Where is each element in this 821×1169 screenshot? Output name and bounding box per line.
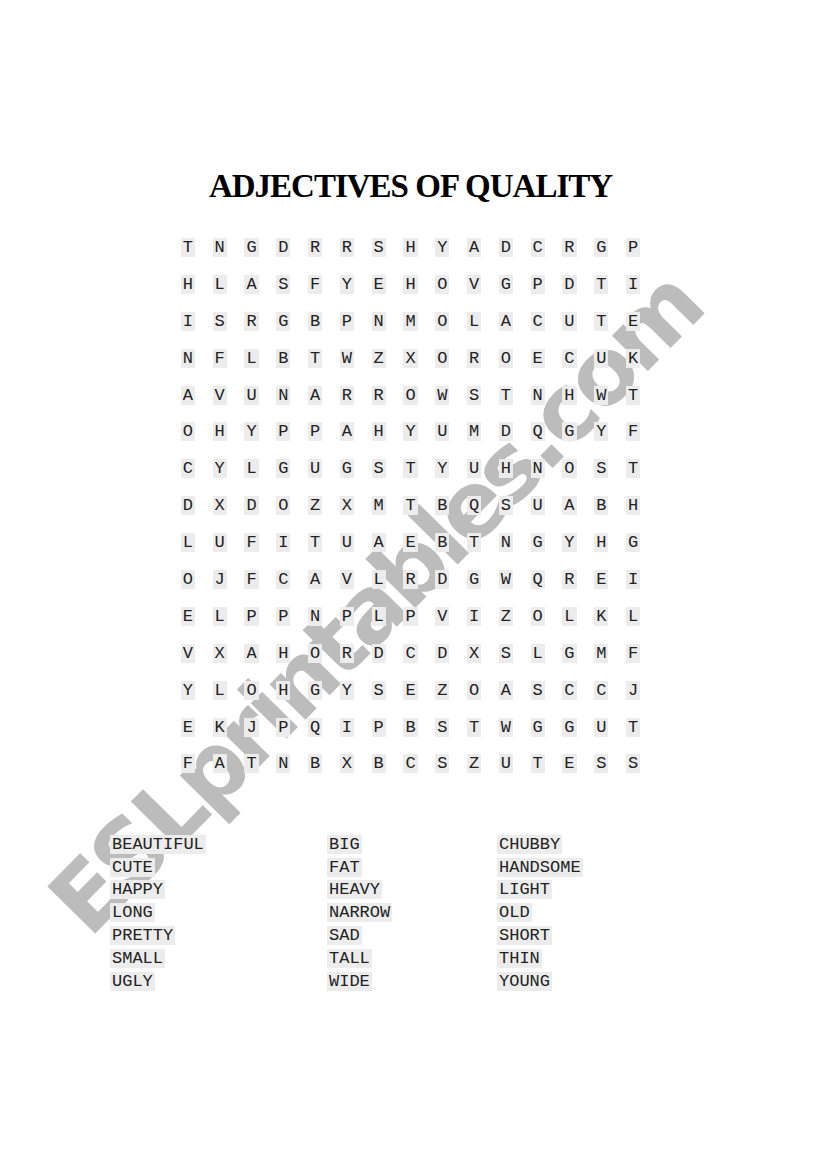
- grid-letter: E: [372, 275, 386, 294]
- grid-letter: G: [594, 238, 608, 257]
- grid-cell[interactable]: B: [426, 524, 458, 561]
- grid-cell[interactable]: S: [490, 635, 522, 672]
- grid-cell[interactable]: N: [522, 377, 554, 414]
- word-item[interactable]: SAD: [327, 924, 392, 947]
- grid-cell[interactable]: R: [554, 229, 586, 266]
- word-label: SHORT: [497, 926, 552, 945]
- grid-letter: S: [499, 496, 513, 515]
- word-item[interactable]: HAPPY: [110, 879, 206, 902]
- grid-cell[interactable]: I: [267, 524, 299, 561]
- grid-cell[interactable]: U: [490, 745, 522, 782]
- grid-cell[interactable]: Y: [236, 413, 268, 450]
- grid-cell[interactable]: B: [395, 709, 427, 746]
- grid-cell[interactable]: I: [458, 598, 490, 635]
- grid-letter: T: [181, 238, 195, 257]
- grid-cell[interactable]: G: [299, 672, 331, 709]
- grid-cell[interactable]: O: [490, 340, 522, 377]
- grid-cell[interactable]: D: [236, 487, 268, 524]
- grid-cell[interactable]: S: [267, 266, 299, 303]
- grid-cell[interactable]: O: [395, 377, 427, 414]
- grid-cell[interactable]: R: [299, 229, 331, 266]
- grid-cell[interactable]: V: [331, 561, 363, 598]
- grid-cell[interactable]: R: [554, 561, 586, 598]
- grid-cell[interactable]: X: [204, 487, 236, 524]
- grid-cell[interactable]: V: [172, 635, 204, 672]
- grid-cell[interactable]: N: [299, 598, 331, 635]
- grid-letter: O: [531, 607, 545, 626]
- grid-cell[interactable]: I: [617, 266, 649, 303]
- grid-cell[interactable]: K: [585, 598, 617, 635]
- grid-cell[interactable]: N: [172, 340, 204, 377]
- grid-letter: E: [531, 349, 545, 368]
- grid-cell[interactable]: Q: [458, 487, 490, 524]
- grid-cell[interactable]: F: [617, 635, 649, 672]
- grid-cell[interactable]: A: [299, 561, 331, 598]
- grid-cell[interactable]: S: [458, 377, 490, 414]
- grid-cell[interactable]: F: [236, 561, 268, 598]
- grid-cell[interactable]: B: [585, 487, 617, 524]
- grid-cell[interactable]: Y: [204, 450, 236, 487]
- grid-letter: G: [308, 681, 322, 700]
- grid-letter: T: [626, 459, 640, 478]
- grid-letter: L: [213, 681, 227, 700]
- word-item[interactable]: WIDE: [327, 970, 392, 993]
- grid-cell[interactable]: X: [331, 487, 363, 524]
- grid-letter: L: [372, 570, 386, 589]
- grid-letter: C: [276, 570, 290, 589]
- grid-cell[interactable]: D: [490, 413, 522, 450]
- grid-letter: B: [435, 496, 449, 515]
- grid-cell[interactable]: M: [458, 413, 490, 450]
- grid-cell[interactable]: R: [236, 303, 268, 340]
- grid-cell[interactable]: K: [204, 709, 236, 746]
- grid-cell[interactable]: E: [172, 598, 204, 635]
- grid-cell[interactable]: C: [554, 340, 586, 377]
- grid-cell[interactable]: A: [458, 229, 490, 266]
- grid-cell[interactable]: B: [267, 340, 299, 377]
- grid-cell[interactable]: A: [490, 303, 522, 340]
- grid-cell[interactable]: G: [522, 524, 554, 561]
- grid-cell[interactable]: C: [172, 450, 204, 487]
- word-item[interactable]: SMALL: [110, 947, 206, 970]
- grid-letter: X: [340, 496, 354, 515]
- grid-cell[interactable]: J: [236, 709, 268, 746]
- grid-cell[interactable]: T: [236, 745, 268, 782]
- grid-cell[interactable]: W: [331, 340, 363, 377]
- grid-cell[interactable]: L: [554, 598, 586, 635]
- grid-cell[interactable]: C: [395, 745, 427, 782]
- grid-cell[interactable]: R: [458, 340, 490, 377]
- grid-cell[interactable]: A: [236, 635, 268, 672]
- word-item[interactable]: SHORT: [497, 924, 583, 947]
- grid-cell[interactable]: A: [299, 377, 331, 414]
- grid-cell[interactable]: U: [585, 340, 617, 377]
- grid-cell[interactable]: D: [426, 635, 458, 672]
- grid-cell[interactable]: C: [522, 303, 554, 340]
- grid-cell[interactable]: B: [299, 745, 331, 782]
- grid-cell[interactable]: T: [585, 303, 617, 340]
- grid-letter: E: [403, 681, 417, 700]
- word-item[interactable]: NARROW: [327, 901, 392, 924]
- grid-cell[interactable]: T: [490, 377, 522, 414]
- grid-cell[interactable]: M: [585, 635, 617, 672]
- word-item[interactable]: BEAUTIFUL: [110, 833, 206, 856]
- grid-cell[interactable]: N: [490, 524, 522, 561]
- grid-cell[interactable]: T: [617, 709, 649, 746]
- grid-cell[interactable]: Z: [363, 340, 395, 377]
- word-list-column-3: CHUBBYHANDSOMELIGHTOLDSHORTTHINYOUNG: [497, 833, 583, 993]
- grid-cell[interactable]: E: [363, 266, 395, 303]
- grid-letter: U: [213, 533, 227, 552]
- grid-cell[interactable]: Z: [299, 487, 331, 524]
- grid-cell[interactable]: P: [236, 598, 268, 635]
- grid-cell[interactable]: S: [522, 672, 554, 709]
- grid-letter: C: [403, 644, 417, 663]
- grid-cell[interactable]: L: [236, 450, 268, 487]
- grid-cell[interactable]: O: [172, 561, 204, 598]
- word-list-column-1: BEAUTIFULCUTEHAPPYLONGPRETTYSMALLUGLY: [110, 833, 206, 993]
- grid-cell[interactable]: T: [299, 524, 331, 561]
- grid-cell[interactable]: J: [617, 672, 649, 709]
- grid-cell[interactable]: L: [204, 266, 236, 303]
- grid-cell[interactable]: Y: [331, 266, 363, 303]
- grid-cell[interactable]: Y: [426, 229, 458, 266]
- grid-cell[interactable]: I: [617, 561, 649, 598]
- grid-cell[interactable]: F: [299, 266, 331, 303]
- grid-cell[interactable]: A: [204, 745, 236, 782]
- grid-cell[interactable]: A: [554, 487, 586, 524]
- word-item[interactable]: UGLY: [110, 970, 206, 993]
- grid-cell[interactable]: N: [267, 377, 299, 414]
- word-item[interactable]: YOUNG: [497, 970, 583, 993]
- grid-cell[interactable]: Y: [331, 672, 363, 709]
- page-title: ADJECTIVES OF QUALITY: [0, 168, 821, 205]
- grid-letter: L: [181, 533, 195, 552]
- grid-cell[interactable]: O: [267, 487, 299, 524]
- grid-letter: M: [372, 496, 386, 515]
- grid-cell[interactable]: T: [299, 340, 331, 377]
- grid-cell[interactable]: D: [490, 229, 522, 266]
- grid-cell[interactable]: O: [172, 413, 204, 450]
- grid-cell[interactable]: T: [395, 450, 427, 487]
- grid-cell[interactable]: Y: [395, 413, 427, 450]
- grid-cell[interactable]: H: [204, 413, 236, 450]
- grid-cell[interactable]: J: [204, 561, 236, 598]
- grid-cell[interactable]: U: [458, 450, 490, 487]
- grid-cell[interactable]: X: [458, 635, 490, 672]
- grid-cell[interactable]: W: [490, 561, 522, 598]
- grid-cell[interactable]: A: [236, 266, 268, 303]
- grid-cell[interactable]: Z: [426, 672, 458, 709]
- grid-cell[interactable]: O: [458, 672, 490, 709]
- grid-cell[interactable]: S: [204, 303, 236, 340]
- grid-cell[interactable]: Q: [522, 561, 554, 598]
- grid-cell[interactable]: X: [395, 340, 427, 377]
- grid-cell[interactable]: E: [522, 340, 554, 377]
- grid-letter: I: [340, 718, 354, 737]
- grid-cell[interactable]: U: [331, 524, 363, 561]
- grid-cell[interactable]: Y: [426, 450, 458, 487]
- grid-letter: T: [531, 754, 545, 773]
- grid-cell[interactable]: W: [490, 709, 522, 746]
- grid-cell[interactable]: O: [426, 266, 458, 303]
- grid-cell[interactable]: Q: [522, 413, 554, 450]
- grid-cell[interactable]: D: [426, 561, 458, 598]
- grid-letter: V: [467, 275, 481, 294]
- grid-cell[interactable]: G: [267, 303, 299, 340]
- grid-cell[interactable]: D: [554, 266, 586, 303]
- grid-cell[interactable]: I: [172, 303, 204, 340]
- grid-cell[interactable]: H: [490, 450, 522, 487]
- word-label: SMALL: [110, 949, 165, 968]
- grid-cell[interactable]: A: [331, 413, 363, 450]
- grid-cell[interactable]: L: [458, 303, 490, 340]
- grid-cell[interactable]: P: [267, 709, 299, 746]
- grid-cell[interactable]: E: [395, 672, 427, 709]
- grid-cell[interactable]: E: [172, 709, 204, 746]
- grid-letter: V: [340, 570, 354, 589]
- grid-cell[interactable]: W: [585, 377, 617, 414]
- grid-cell[interactable]: S: [585, 450, 617, 487]
- grid-cell[interactable]: X: [331, 745, 363, 782]
- grid-cell[interactable]: G: [490, 266, 522, 303]
- grid-cell[interactable]: Y: [585, 413, 617, 450]
- grid-cell[interactable]: T: [617, 450, 649, 487]
- grid-cell[interactable]: T: [172, 229, 204, 266]
- grid-cell[interactable]: P: [395, 598, 427, 635]
- grid-cell[interactable]: K: [617, 340, 649, 377]
- grid-cell[interactable]: G: [331, 450, 363, 487]
- grid-cell[interactable]: P: [331, 598, 363, 635]
- grid-cell[interactable]: G: [236, 229, 268, 266]
- grid-cell[interactable]: F: [172, 745, 204, 782]
- grid-letter: Z: [308, 496, 322, 515]
- grid-cell[interactable]: C: [522, 229, 554, 266]
- grid-cell[interactable]: S: [426, 745, 458, 782]
- grid-cell[interactable]: C: [267, 561, 299, 598]
- grid-cell[interactable]: G: [554, 413, 586, 450]
- grid-cell[interactable]: V: [204, 377, 236, 414]
- grid-cell[interactable]: N: [267, 745, 299, 782]
- grid-letter: I: [181, 312, 195, 331]
- word-item[interactable]: TALL: [327, 947, 392, 970]
- grid-cell[interactable]: D: [172, 487, 204, 524]
- grid-cell[interactable]: A: [363, 524, 395, 561]
- grid-cell[interactable]: H: [395, 229, 427, 266]
- grid-cell[interactable]: T: [458, 709, 490, 746]
- grid-cell[interactable]: H: [267, 635, 299, 672]
- grid-letter: O: [562, 459, 576, 478]
- grid-cell[interactable]: S: [426, 709, 458, 746]
- grid-cell[interactable]: L: [172, 524, 204, 561]
- grid-cell[interactable]: T: [395, 487, 427, 524]
- grid-letter: R: [467, 349, 481, 368]
- grid-cell[interactable]: U: [554, 303, 586, 340]
- grid-cell[interactable]: E: [395, 524, 427, 561]
- grid-letter: P: [244, 607, 258, 626]
- grid-cell[interactable]: R: [331, 635, 363, 672]
- grid-cell[interactable]: O: [236, 672, 268, 709]
- grid-cell[interactable]: P: [267, 413, 299, 450]
- grid-cell[interactable]: N: [204, 229, 236, 266]
- grid-cell[interactable]: S: [363, 672, 395, 709]
- grid-cell[interactable]: U: [204, 524, 236, 561]
- grid-cell[interactable]: H: [363, 413, 395, 450]
- grid-cell[interactable]: R: [395, 561, 427, 598]
- grid-letter: U: [435, 422, 449, 441]
- grid-letter: I: [276, 533, 290, 552]
- grid-cell[interactable]: H: [617, 487, 649, 524]
- grid-cell[interactable]: H: [267, 672, 299, 709]
- grid-cell[interactable]: B: [299, 303, 331, 340]
- grid-cell[interactable]: Y: [172, 672, 204, 709]
- grid-cell[interactable]: V: [458, 266, 490, 303]
- grid-letter: M: [467, 422, 481, 441]
- grid-cell[interactable]: B: [363, 745, 395, 782]
- grid-letter: A: [562, 496, 576, 515]
- grid-cell[interactable]: L: [522, 635, 554, 672]
- grid-letter: N: [276, 386, 290, 405]
- grid-cell[interactable]: E: [585, 561, 617, 598]
- grid-cell[interactable]: O: [426, 340, 458, 377]
- grid-cell[interactable]: G: [522, 709, 554, 746]
- grid-cell[interactable]: W: [426, 377, 458, 414]
- grid-cell[interactable]: Q: [299, 709, 331, 746]
- grid-cell[interactable]: B: [426, 487, 458, 524]
- word-item[interactable]: THIN: [497, 947, 583, 970]
- word-item[interactable]: LIGHT: [497, 879, 583, 902]
- grid-cell[interactable]: E: [554, 745, 586, 782]
- grid-cell[interactable]: S: [585, 745, 617, 782]
- grid-cell[interactable]: C: [395, 635, 427, 672]
- grid-cell[interactable]: Z: [490, 598, 522, 635]
- grid-cell[interactable]: P: [617, 229, 649, 266]
- grid-cell[interactable]: S: [363, 229, 395, 266]
- grid-cell[interactable]: U: [299, 450, 331, 487]
- word-item[interactable]: CHUBBY: [497, 833, 583, 856]
- grid-cell[interactable]: G: [554, 709, 586, 746]
- grid-cell[interactable]: M: [395, 303, 427, 340]
- grid-cell[interactable]: N: [522, 450, 554, 487]
- grid-cell[interactable]: P: [331, 303, 363, 340]
- grid-letter: C: [594, 681, 608, 700]
- grid-letter: W: [594, 386, 608, 405]
- grid-cell[interactable]: P: [299, 413, 331, 450]
- grid-cell[interactable]: L: [363, 598, 395, 635]
- grid-cell[interactable]: O: [522, 598, 554, 635]
- grid-letter: S: [372, 459, 386, 478]
- grid-letter: S: [435, 718, 449, 737]
- grid-cell[interactable]: R: [331, 377, 363, 414]
- grid-cell[interactable]: O: [426, 303, 458, 340]
- grid-cell[interactable]: O: [554, 450, 586, 487]
- grid-cell[interactable]: T: [458, 524, 490, 561]
- grid-cell[interactable]: G: [585, 229, 617, 266]
- grid-letter: U: [499, 754, 513, 773]
- grid-cell[interactable]: S: [490, 487, 522, 524]
- grid-cell[interactable]: L: [363, 561, 395, 598]
- grid-cell[interactable]: L: [204, 672, 236, 709]
- grid-letter: P: [372, 718, 386, 737]
- grid-letter: R: [244, 312, 258, 331]
- grid-cell[interactable]: C: [554, 672, 586, 709]
- grid-cell[interactable]: T: [617, 377, 649, 414]
- grid-cell[interactable]: H: [585, 524, 617, 561]
- word-item[interactable]: HANDSOME: [497, 856, 583, 879]
- grid-cell[interactable]: F: [204, 340, 236, 377]
- grid-cell[interactable]: L: [236, 340, 268, 377]
- grid-cell[interactable]: O: [299, 635, 331, 672]
- grid-cell[interactable]: I: [331, 709, 363, 746]
- grid-cell[interactable]: D: [363, 635, 395, 672]
- grid-letter: A: [467, 238, 481, 257]
- grid-cell[interactable]: P: [363, 709, 395, 746]
- grid-cell[interactable]: N: [363, 303, 395, 340]
- grid-cell[interactable]: F: [617, 413, 649, 450]
- word-item[interactable]: FAT: [327, 856, 392, 879]
- grid-cell[interactable]: G: [267, 450, 299, 487]
- grid-cell[interactable]: R: [363, 377, 395, 414]
- grid-cell[interactable]: S: [363, 450, 395, 487]
- grid-cell[interactable]: P: [267, 598, 299, 635]
- grid-cell[interactable]: T: [585, 266, 617, 303]
- word-item[interactable]: OLD: [497, 901, 583, 924]
- grid-cell[interactable]: E: [617, 303, 649, 340]
- grid-cell[interactable]: D: [267, 229, 299, 266]
- grid-cell[interactable]: G: [554, 635, 586, 672]
- grid-cell[interactable]: U: [585, 709, 617, 746]
- grid-letter: P: [276, 718, 290, 737]
- grid-cell[interactable]: H: [395, 266, 427, 303]
- grid-cell[interactable]: T: [522, 745, 554, 782]
- grid-letter: L: [244, 459, 258, 478]
- grid-cell[interactable]: U: [236, 377, 268, 414]
- grid-cell[interactable]: V: [426, 598, 458, 635]
- grid-cell[interactable]: M: [363, 487, 395, 524]
- grid-cell[interactable]: U: [522, 487, 554, 524]
- grid-cell[interactable]: F: [236, 524, 268, 561]
- word-label: FAT: [327, 858, 362, 877]
- word-item[interactable]: CUTE: [110, 856, 206, 879]
- grid-letter: N: [308, 607, 322, 626]
- grid-cell[interactable]: S: [617, 745, 649, 782]
- grid-cell[interactable]: Y: [554, 524, 586, 561]
- grid-cell[interactable]: G: [617, 524, 649, 561]
- word-item[interactable]: PRETTY: [110, 924, 206, 947]
- grid-cell[interactable]: G: [458, 561, 490, 598]
- word-item[interactable]: LONG: [110, 901, 206, 924]
- grid-cell[interactable]: A: [172, 377, 204, 414]
- grid-cell[interactable]: C: [585, 672, 617, 709]
- grid-letter: S: [499, 644, 513, 663]
- word-item[interactable]: BIG: [327, 833, 392, 856]
- grid-letter: E: [181, 607, 195, 626]
- grid-cell[interactable]: R: [331, 229, 363, 266]
- grid-letter: P: [340, 607, 354, 626]
- grid-letter: P: [276, 607, 290, 626]
- grid-cell[interactable]: H: [554, 377, 586, 414]
- grid-cell[interactable]: A: [490, 672, 522, 709]
- word-item[interactable]: HEAVY: [327, 879, 392, 902]
- grid-cell[interactable]: Z: [458, 745, 490, 782]
- grid-letter: Y: [435, 459, 449, 478]
- grid-cell[interactable]: X: [204, 635, 236, 672]
- grid-cell[interactable]: U: [426, 413, 458, 450]
- grid-cell[interactable]: L: [617, 598, 649, 635]
- grid-cell[interactable]: P: [522, 266, 554, 303]
- grid-cell[interactable]: L: [204, 598, 236, 635]
- grid-cell[interactable]: H: [172, 266, 204, 303]
